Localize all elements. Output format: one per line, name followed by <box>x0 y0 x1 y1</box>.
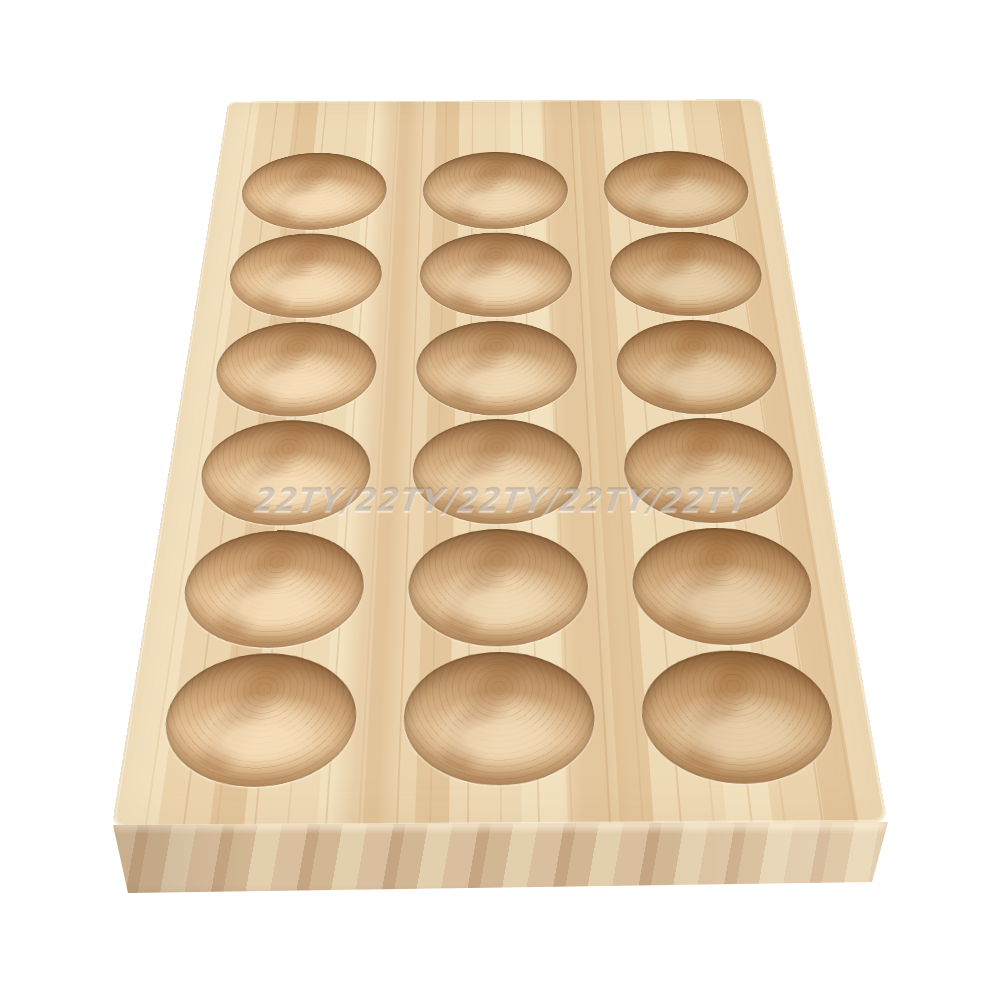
pit-r6-c2[interactable] <box>402 651 598 785</box>
pit-r1-c1[interactable] <box>236 153 389 231</box>
pit-cell <box>218 151 407 232</box>
pit-r4-c2[interactable] <box>411 419 584 525</box>
pit-r3-c2[interactable] <box>415 321 579 416</box>
pit-r5-c2[interactable] <box>407 528 591 647</box>
pit-r4-c1[interactable] <box>194 420 374 526</box>
pit-r3-c3[interactable] <box>613 320 784 415</box>
pit-r6-c1[interactable] <box>156 653 360 787</box>
pit-cell <box>131 650 383 790</box>
pit-r2-c1[interactable] <box>224 233 385 319</box>
board-front-face <box>112 820 888 898</box>
pit-cell <box>403 150 588 231</box>
pit-cell <box>394 319 599 418</box>
pit-r2-c2[interactable] <box>418 232 574 318</box>
pit-r6-c3[interactable] <box>637 650 842 784</box>
pit-r2-c3[interactable] <box>607 231 769 317</box>
pit-r4-c3[interactable] <box>620 418 801 524</box>
mancala-board-top <box>112 99 888 827</box>
pit-cell <box>383 526 613 650</box>
product-photo-stage: 22TY/22TY/22TY/22TY/22TY <box>0 0 1000 1000</box>
pit-r5-c1[interactable] <box>176 530 367 649</box>
pit-cell <box>389 417 606 528</box>
pit-r1-c3[interactable] <box>601 151 754 229</box>
pit-cell <box>172 418 394 529</box>
pit-cell <box>583 149 773 230</box>
pit-r5-c3[interactable] <box>628 527 820 646</box>
pit-cell <box>204 231 403 320</box>
pit-cell <box>153 527 389 651</box>
pit-cell <box>588 229 788 318</box>
pit-cell <box>594 318 805 417</box>
pit-r3-c1[interactable] <box>210 322 380 417</box>
pit-cell <box>189 320 399 419</box>
pit-cell <box>606 525 844 649</box>
pit-cell <box>600 416 824 526</box>
pit-r1-c2[interactable] <box>422 152 570 230</box>
pit-cell <box>377 649 622 789</box>
pit-cell <box>399 230 594 319</box>
pit-cell <box>614 647 867 787</box>
